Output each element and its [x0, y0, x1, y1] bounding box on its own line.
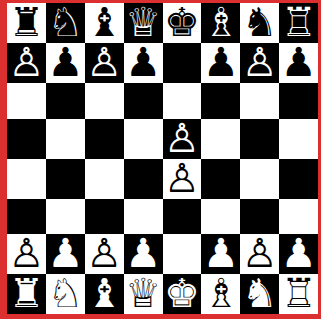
- square-b4[interactable]: [46, 159, 85, 199]
- square-f1[interactable]: ♗: [201, 274, 240, 314]
- piece-black-king: ♚: [164, 2, 200, 42]
- piece-white-queen: ♕: [125, 273, 161, 313]
- square-g4[interactable]: [240, 159, 279, 199]
- piece-black-pawn: ♙: [164, 118, 200, 158]
- piece-white-pawn: ♙: [164, 158, 200, 198]
- piece-black-pawn: ♟: [125, 42, 161, 82]
- piece-white-pawn: ♙: [9, 233, 45, 273]
- square-f2[interactable]: ♟: [201, 234, 240, 274]
- square-c4[interactable]: [85, 159, 124, 199]
- piece-white-pawn: ♙: [242, 233, 278, 273]
- square-g1[interactable]: ♞: [240, 274, 279, 314]
- square-c7[interactable]: ♙: [85, 43, 124, 83]
- square-g8[interactable]: ♞: [240, 3, 279, 43]
- square-a1[interactable]: ♜: [7, 274, 46, 314]
- square-c2[interactable]: ♙: [85, 234, 124, 274]
- square-e4[interactable]: ♙: [163, 159, 202, 199]
- square-c3[interactable]: [85, 199, 124, 235]
- square-d5[interactable]: [124, 119, 163, 159]
- chess-board: ♜♘♝♕♚♗♞♖♙♟♙♟♟♙♟♙♙♙♟♙♟♟♙♟♜♘♝♕♚♗♞♖: [7, 3, 318, 314]
- piece-white-knight: ♞: [242, 273, 278, 313]
- piece-white-king: ♚: [164, 273, 200, 313]
- square-d3[interactable]: [124, 199, 163, 235]
- square-a4[interactable]: [7, 159, 46, 199]
- square-h7[interactable]: ♟: [279, 43, 318, 83]
- square-c6[interactable]: [85, 83, 124, 119]
- square-a3[interactable]: [7, 199, 46, 235]
- square-f5[interactable]: [201, 119, 240, 159]
- square-a7[interactable]: ♙: [7, 43, 46, 83]
- square-b6[interactable]: [46, 83, 85, 119]
- square-h2[interactable]: ♟: [279, 234, 318, 274]
- square-e2[interactable]: [163, 234, 202, 274]
- piece-black-pawn: ♙: [86, 42, 122, 82]
- square-f6[interactable]: [201, 83, 240, 119]
- square-b3[interactable]: [46, 199, 85, 235]
- square-g5[interactable]: [240, 119, 279, 159]
- square-a8[interactable]: ♜: [7, 3, 46, 43]
- square-e8[interactable]: ♚: [163, 3, 202, 43]
- square-d8[interactable]: ♕: [124, 3, 163, 43]
- piece-black-pawn: ♙: [242, 42, 278, 82]
- square-a6[interactable]: [7, 83, 46, 119]
- square-b1[interactable]: ♘: [46, 274, 85, 314]
- square-e3[interactable]: [163, 199, 202, 235]
- square-h5[interactable]: [279, 119, 318, 159]
- square-e7[interactable]: [163, 43, 202, 83]
- piece-white-bishop: ♗: [203, 273, 239, 313]
- square-g6[interactable]: [240, 83, 279, 119]
- square-b5[interactable]: [46, 119, 85, 159]
- piece-black-bishop: ♗: [203, 2, 239, 42]
- square-b2[interactable]: ♟: [46, 234, 85, 274]
- board-frame: ♜♘♝♕♚♗♞♖♙♟♙♟♟♙♟♙♙♙♟♙♟♟♙♟♜♘♝♕♚♗♞♖: [0, 0, 321, 319]
- piece-white-pawn: ♟: [125, 233, 161, 273]
- square-h6[interactable]: [279, 83, 318, 119]
- piece-black-bishop: ♝: [86, 2, 122, 42]
- square-c8[interactable]: ♝: [85, 3, 124, 43]
- square-b7[interactable]: ♟: [46, 43, 85, 83]
- square-e1[interactable]: ♚: [163, 274, 202, 314]
- square-d7[interactable]: ♟: [124, 43, 163, 83]
- piece-white-bishop: ♝: [86, 273, 122, 313]
- piece-white-pawn: ♙: [86, 233, 122, 273]
- piece-black-pawn: ♙: [9, 42, 45, 82]
- piece-white-rook: ♖: [281, 273, 317, 313]
- piece-white-pawn: ♟: [47, 233, 83, 273]
- square-f8[interactable]: ♗: [201, 3, 240, 43]
- square-g2[interactable]: ♙: [240, 234, 279, 274]
- square-g7[interactable]: ♙: [240, 43, 279, 83]
- square-h1[interactable]: ♖: [279, 274, 318, 314]
- piece-black-pawn: ♟: [281, 42, 317, 82]
- square-d4[interactable]: [124, 159, 163, 199]
- square-a5[interactable]: [7, 119, 46, 159]
- square-e6[interactable]: [163, 83, 202, 119]
- piece-black-pawn: ♟: [203, 42, 239, 82]
- square-f4[interactable]: [201, 159, 240, 199]
- piece-black-rook: ♜: [9, 2, 45, 42]
- square-d2[interactable]: ♟: [124, 234, 163, 274]
- piece-white-knight: ♘: [47, 273, 83, 313]
- square-h3[interactable]: [279, 199, 318, 235]
- piece-black-rook: ♖: [281, 2, 317, 42]
- square-d1[interactable]: ♕: [124, 274, 163, 314]
- square-g3[interactable]: [240, 199, 279, 235]
- square-h4[interactable]: [279, 159, 318, 199]
- square-f7[interactable]: ♟: [201, 43, 240, 83]
- square-d6[interactable]: [124, 83, 163, 119]
- piece-black-pawn: ♟: [47, 42, 83, 82]
- square-b8[interactable]: ♘: [46, 3, 85, 43]
- square-c5[interactable]: [85, 119, 124, 159]
- piece-white-pawn: ♟: [203, 233, 239, 273]
- square-e5[interactable]: ♙: [163, 119, 202, 159]
- square-h8[interactable]: ♖: [279, 3, 318, 43]
- piece-black-knight: ♞: [242, 2, 278, 42]
- square-f3[interactable]: [201, 199, 240, 235]
- piece-white-rook: ♜: [9, 273, 45, 313]
- piece-black-knight: ♘: [47, 2, 83, 42]
- piece-white-pawn: ♟: [281, 233, 317, 273]
- square-a2[interactable]: ♙: [7, 234, 46, 274]
- piece-black-queen: ♕: [125, 2, 161, 42]
- square-c1[interactable]: ♝: [85, 274, 124, 314]
